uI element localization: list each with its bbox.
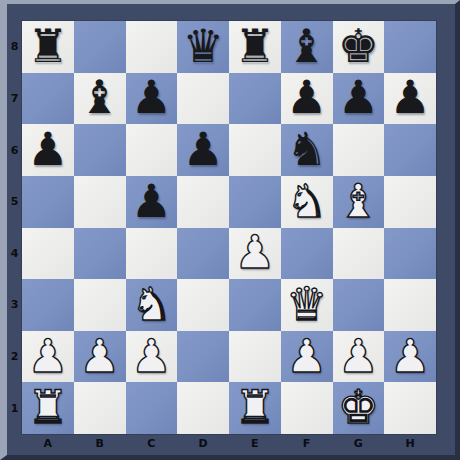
black-bishop: ♝ bbox=[79, 74, 120, 120]
square-f8[interactable]: ♝ bbox=[281, 21, 333, 73]
square-f1[interactable] bbox=[281, 382, 333, 434]
black-bishop: ♝ bbox=[286, 23, 327, 69]
square-c5[interactable]: ♟ bbox=[126, 176, 178, 228]
square-c8[interactable] bbox=[126, 21, 178, 73]
white-pawn: ♟ bbox=[27, 333, 68, 379]
square-d1[interactable] bbox=[177, 382, 229, 434]
square-d8[interactable]: ♛ bbox=[177, 21, 229, 73]
rank-label-6: 6 bbox=[7, 124, 22, 176]
square-e6[interactable] bbox=[229, 124, 281, 176]
rank-label-8: 8 bbox=[7, 21, 22, 73]
square-f7[interactable]: ♟ bbox=[281, 73, 333, 125]
white-knight: ♞ bbox=[286, 178, 327, 224]
square-b6[interactable] bbox=[74, 124, 126, 176]
chess-board: ♜♛♜♝♚♝♟♟♟♟♟♟♞♟♞♝♟♞♛♟♟♟♟♟♟♜♜♚ bbox=[22, 21, 436, 434]
white-king: ♚ bbox=[338, 384, 379, 430]
square-e1[interactable]: ♜ bbox=[229, 382, 281, 434]
square-e4[interactable]: ♟ bbox=[229, 228, 281, 280]
square-g3[interactable] bbox=[333, 279, 385, 331]
rank-label-2: 2 bbox=[7, 331, 22, 383]
square-a2[interactable]: ♟ bbox=[22, 331, 74, 383]
file-label-c: C bbox=[126, 434, 178, 452]
rank-label-1: 1 bbox=[7, 382, 22, 434]
rank-label-3: 3 bbox=[7, 279, 22, 331]
square-g2[interactable]: ♟ bbox=[333, 331, 385, 383]
square-c1[interactable] bbox=[126, 382, 178, 434]
white-pawn: ♟ bbox=[131, 333, 172, 379]
square-f2[interactable]: ♟ bbox=[281, 331, 333, 383]
square-h2[interactable]: ♟ bbox=[384, 331, 436, 383]
square-a6[interactable]: ♟ bbox=[22, 124, 74, 176]
square-b1[interactable] bbox=[74, 382, 126, 434]
square-a7[interactable] bbox=[22, 73, 74, 125]
rank-label-5: 5 bbox=[7, 176, 22, 228]
white-rook: ♜ bbox=[234, 384, 275, 430]
square-c7[interactable]: ♟ bbox=[126, 73, 178, 125]
square-g5[interactable]: ♝ bbox=[333, 176, 385, 228]
square-h1[interactable] bbox=[384, 382, 436, 434]
black-pawn: ♟ bbox=[27, 126, 68, 172]
square-d7[interactable] bbox=[177, 73, 229, 125]
square-h6[interactable] bbox=[384, 124, 436, 176]
square-a3[interactable] bbox=[22, 279, 74, 331]
square-c2[interactable]: ♟ bbox=[126, 331, 178, 383]
white-bishop: ♝ bbox=[338, 178, 379, 224]
file-label-f: F bbox=[281, 434, 333, 452]
square-e2[interactable] bbox=[229, 331, 281, 383]
square-b3[interactable] bbox=[74, 279, 126, 331]
square-f5[interactable]: ♞ bbox=[281, 176, 333, 228]
square-g6[interactable] bbox=[333, 124, 385, 176]
file-label-d: D bbox=[177, 434, 229, 452]
rank-label-7: 7 bbox=[7, 73, 22, 125]
square-f3[interactable]: ♛ bbox=[281, 279, 333, 331]
black-pawn: ♟ bbox=[338, 74, 379, 120]
square-d5[interactable] bbox=[177, 176, 229, 228]
black-queen: ♛ bbox=[183, 23, 224, 69]
square-a8[interactable]: ♜ bbox=[22, 21, 74, 73]
square-c4[interactable] bbox=[126, 228, 178, 280]
white-pawn: ♟ bbox=[234, 229, 275, 275]
square-g7[interactable]: ♟ bbox=[333, 73, 385, 125]
white-pawn: ♟ bbox=[390, 333, 431, 379]
file-label-e: E bbox=[229, 434, 281, 452]
white-pawn: ♟ bbox=[79, 333, 120, 379]
black-pawn: ♟ bbox=[131, 178, 172, 224]
file-label-b: B bbox=[74, 434, 126, 452]
square-b7[interactable]: ♝ bbox=[74, 73, 126, 125]
chessboard-frame: 87654321 ♜♛♜♝♚♝♟♟♟♟♟♟♞♟♞♝♟♞♛♟♟♟♟♟♟♜♜♚ AB… bbox=[0, 0, 460, 460]
square-d2[interactable] bbox=[177, 331, 229, 383]
white-queen: ♛ bbox=[286, 281, 327, 327]
white-knight: ♞ bbox=[131, 281, 172, 327]
rank-label-4: 4 bbox=[7, 228, 22, 280]
square-e5[interactable] bbox=[229, 176, 281, 228]
black-rook: ♜ bbox=[234, 23, 275, 69]
file-labels: ABCDEFGH bbox=[22, 434, 436, 452]
rank-labels: 87654321 bbox=[7, 21, 22, 434]
square-h7[interactable]: ♟ bbox=[384, 73, 436, 125]
square-f4[interactable] bbox=[281, 228, 333, 280]
square-f6[interactable]: ♞ bbox=[281, 124, 333, 176]
square-c3[interactable]: ♞ bbox=[126, 279, 178, 331]
square-g8[interactable]: ♚ bbox=[333, 21, 385, 73]
square-g4[interactable] bbox=[333, 228, 385, 280]
black-pawn: ♟ bbox=[183, 126, 224, 172]
file-label-a: A bbox=[22, 434, 74, 452]
black-king: ♚ bbox=[338, 23, 379, 69]
square-e8[interactable]: ♜ bbox=[229, 21, 281, 73]
square-b5[interactable] bbox=[74, 176, 126, 228]
black-rook: ♜ bbox=[27, 23, 68, 69]
white-pawn: ♟ bbox=[286, 333, 327, 379]
file-label-h: H bbox=[384, 434, 436, 452]
square-h4[interactable] bbox=[384, 228, 436, 280]
square-b8[interactable] bbox=[74, 21, 126, 73]
black-knight: ♞ bbox=[286, 126, 327, 172]
square-h5[interactable] bbox=[384, 176, 436, 228]
square-e7[interactable] bbox=[229, 73, 281, 125]
white-pawn: ♟ bbox=[338, 333, 379, 379]
black-pawn: ♟ bbox=[390, 74, 431, 120]
square-e3[interactable] bbox=[229, 279, 281, 331]
black-pawn: ♟ bbox=[131, 74, 172, 120]
square-a4[interactable] bbox=[22, 228, 74, 280]
square-c6[interactable] bbox=[126, 124, 178, 176]
file-label-g: G bbox=[333, 434, 385, 452]
square-g1[interactable]: ♚ bbox=[333, 382, 385, 434]
square-h3[interactable] bbox=[384, 279, 436, 331]
square-d3[interactable] bbox=[177, 279, 229, 331]
black-pawn: ♟ bbox=[286, 74, 327, 120]
square-b4[interactable] bbox=[74, 228, 126, 280]
square-h8[interactable] bbox=[384, 21, 436, 73]
square-a5[interactable] bbox=[22, 176, 74, 228]
square-b2[interactable]: ♟ bbox=[74, 331, 126, 383]
white-rook: ♜ bbox=[27, 384, 68, 430]
square-a1[interactable]: ♜ bbox=[22, 382, 74, 434]
square-d6[interactable]: ♟ bbox=[177, 124, 229, 176]
square-d4[interactable] bbox=[177, 228, 229, 280]
